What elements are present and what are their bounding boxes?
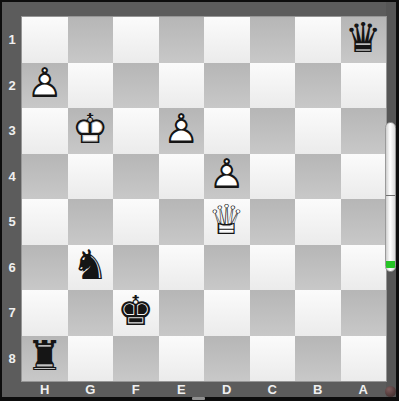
- file-label-c: C: [250, 381, 296, 397]
- white-queen-d5[interactable]: ♛♕: [204, 199, 250, 245]
- square-a6[interactable]: [341, 245, 387, 291]
- piece-glyph: ♛: [345, 18, 382, 59]
- file-label-e: E: [159, 381, 205, 397]
- square-g7[interactable]: [68, 290, 114, 336]
- square-a5[interactable]: [341, 199, 387, 245]
- square-c1[interactable]: [250, 17, 296, 63]
- square-g6[interactable]: ♞: [68, 245, 114, 291]
- square-h7[interactable]: [22, 290, 68, 336]
- chess-widget: 12345678 ♛♟♙♚♔♟♙♟♙♛♕♞♚♜ HGFEDCBA: [0, 0, 399, 401]
- scrollbar-thumb-divider: [386, 195, 395, 196]
- square-a2[interactable]: [341, 63, 387, 109]
- square-g2[interactable]: [68, 63, 114, 109]
- square-f4[interactable]: [113, 154, 159, 200]
- black-queen-a1[interactable]: ♛: [341, 17, 387, 63]
- square-b8[interactable]: [295, 336, 341, 382]
- piece-outline: ♕: [208, 200, 245, 241]
- square-f8[interactable]: [113, 336, 159, 382]
- square-g4[interactable]: [68, 154, 114, 200]
- square-f1[interactable]: [113, 17, 159, 63]
- square-g3[interactable]: ♚♔: [68, 108, 114, 154]
- square-h8[interactable]: ♜: [22, 336, 68, 382]
- file-label-a: A: [341, 381, 387, 397]
- square-c8[interactable]: [250, 336, 296, 382]
- square-c7[interactable]: [250, 290, 296, 336]
- rank-labels: 12345678: [2, 17, 22, 381]
- chess-board: ♛♟♙♚♔♟♙♟♙♛♕♞♚♜: [22, 17, 386, 381]
- piece-glyph: ♜: [26, 336, 63, 377]
- square-g1[interactable]: [68, 17, 114, 63]
- square-d6[interactable]: [204, 245, 250, 291]
- square-e3[interactable]: ♟♙: [159, 108, 205, 154]
- rank-label-6: 6: [2, 245, 22, 291]
- square-c4[interactable]: [250, 154, 296, 200]
- square-a7[interactable]: [341, 290, 387, 336]
- square-f5[interactable]: [113, 199, 159, 245]
- piece-outline: ♔: [72, 109, 109, 150]
- white-pawn-e3[interactable]: ♟♙: [159, 108, 205, 154]
- black-rook-h8[interactable]: ♜: [22, 336, 68, 382]
- rank-label-2: 2: [2, 63, 22, 109]
- square-c6[interactable]: [250, 245, 296, 291]
- file-label-d: D: [204, 381, 250, 397]
- square-h6[interactable]: [22, 245, 68, 291]
- file-label-h: H: [22, 381, 68, 397]
- file-label-g: G: [68, 381, 114, 397]
- file-label-b: B: [295, 381, 341, 397]
- square-e6[interactable]: [159, 245, 205, 291]
- square-b6[interactable]: [295, 245, 341, 291]
- square-d2[interactable]: [204, 63, 250, 109]
- square-b4[interactable]: [295, 154, 341, 200]
- white-king-g3[interactable]: ♚♔: [68, 108, 114, 154]
- square-e8[interactable]: [159, 336, 205, 382]
- piece-glyph: ♞: [72, 245, 109, 286]
- square-g8[interactable]: [68, 336, 114, 382]
- square-d5[interactable]: ♛♕: [204, 199, 250, 245]
- rank-label-8: 8: [2, 336, 22, 382]
- piece-outline: ♙: [163, 109, 200, 150]
- square-a1[interactable]: ♛: [341, 17, 387, 63]
- square-d4[interactable]: ♟♙: [204, 154, 250, 200]
- square-d1[interactable]: [204, 17, 250, 63]
- square-h5[interactable]: [22, 199, 68, 245]
- piece-outline: ♙: [208, 154, 245, 195]
- square-g5[interactable]: [68, 199, 114, 245]
- rank-label-3: 3: [2, 108, 22, 154]
- square-f3[interactable]: [113, 108, 159, 154]
- square-e2[interactable]: [159, 63, 205, 109]
- square-d7[interactable]: [204, 290, 250, 336]
- rank-label-4: 4: [2, 154, 22, 200]
- square-b2[interactable]: [295, 63, 341, 109]
- square-e4[interactable]: [159, 154, 205, 200]
- square-h3[interactable]: [22, 108, 68, 154]
- square-h4[interactable]: [22, 154, 68, 200]
- rank-label-5: 5: [2, 199, 22, 245]
- status-led-icon: [385, 386, 396, 397]
- square-e7[interactable]: [159, 290, 205, 336]
- square-e5[interactable]: [159, 199, 205, 245]
- white-pawn-d4[interactable]: ♟♙: [204, 154, 250, 200]
- square-h2[interactable]: ♟♙: [22, 63, 68, 109]
- resize-notch: [192, 397, 205, 400]
- file-label-f: F: [113, 381, 159, 397]
- black-king-f7[interactable]: ♚: [113, 290, 159, 336]
- square-h1[interactable]: [22, 17, 68, 63]
- square-a4[interactable]: [341, 154, 387, 200]
- square-d3[interactable]: [204, 108, 250, 154]
- square-d8[interactable]: [204, 336, 250, 382]
- scrollbar-thumb[interactable]: [385, 122, 396, 272]
- rank-label-7: 7: [2, 290, 22, 336]
- piece-outline: ♙: [26, 63, 63, 104]
- rank-label-1: 1: [2, 17, 22, 63]
- square-a3[interactable]: [341, 108, 387, 154]
- square-b7[interactable]: [295, 290, 341, 336]
- square-a8[interactable]: [341, 336, 387, 382]
- square-c5[interactable]: [250, 199, 296, 245]
- white-pawn-h2[interactable]: ♟♙: [22, 63, 68, 109]
- square-c2[interactable]: [250, 63, 296, 109]
- square-c3[interactable]: [250, 108, 296, 154]
- square-f7[interactable]: ♚: [113, 290, 159, 336]
- square-b5[interactable]: [295, 199, 341, 245]
- square-f2[interactable]: [113, 63, 159, 109]
- green-indicator: [386, 261, 395, 268]
- square-b3[interactable]: [295, 108, 341, 154]
- square-e1[interactable]: [159, 17, 205, 63]
- file-labels: HGFEDCBA: [22, 381, 386, 397]
- square-b1[interactable]: [295, 17, 341, 63]
- square-f6[interactable]: [113, 245, 159, 291]
- piece-glyph: ♚: [117, 291, 154, 332]
- black-knight-g6[interactable]: ♞: [68, 245, 114, 291]
